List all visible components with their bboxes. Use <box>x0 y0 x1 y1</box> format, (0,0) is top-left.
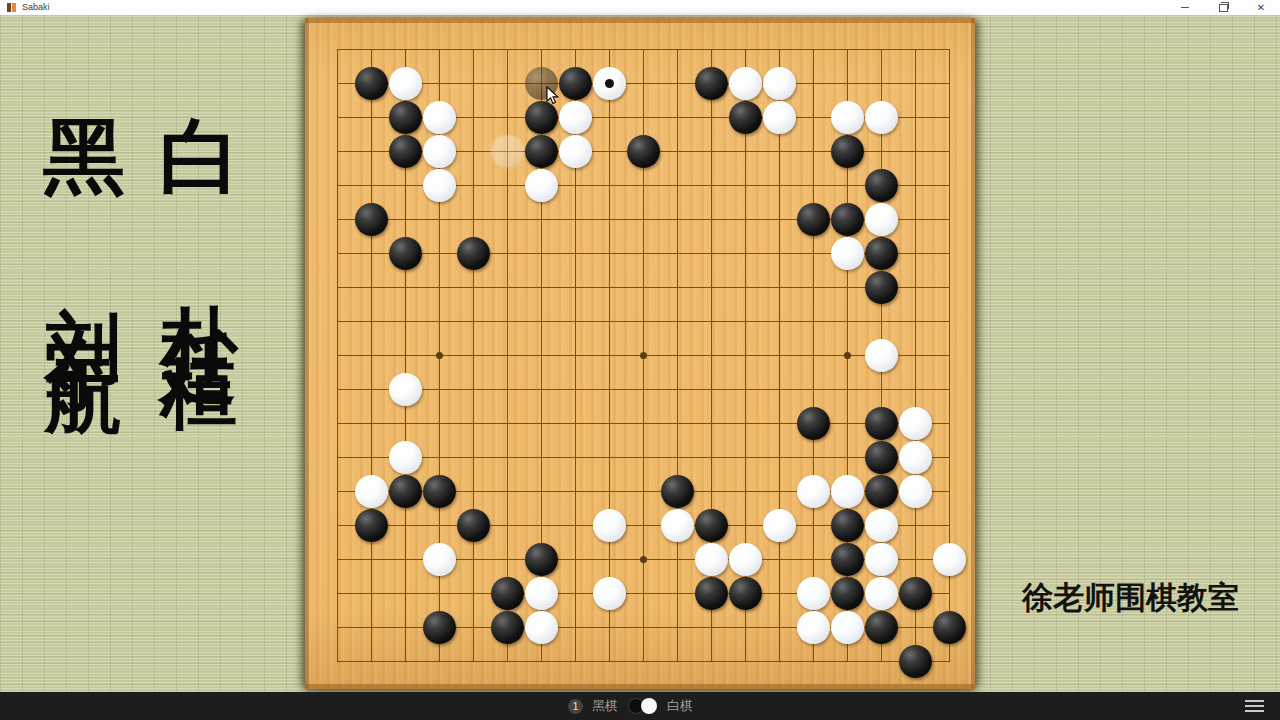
black-stone <box>865 475 898 508</box>
black-stone <box>865 271 898 304</box>
white-stone <box>423 543 456 576</box>
white-label: 白 <box>159 115 241 199</box>
minimize-icon <box>1181 7 1189 8</box>
black-stone <box>695 67 728 100</box>
white-player-name: 朴廷桓 <box>162 243 238 321</box>
white-stone <box>559 135 592 168</box>
black-stone <box>933 611 966 644</box>
white-stone <box>525 577 558 610</box>
move-number-badge: 1 <box>568 699 583 714</box>
star-point <box>844 352 851 359</box>
white-stone <box>899 475 932 508</box>
grid-line <box>915 49 916 662</box>
white-stone <box>831 475 864 508</box>
black-stone <box>831 135 864 168</box>
black-stone <box>797 203 830 236</box>
black-stone <box>525 101 558 134</box>
restore-icon <box>1219 4 1228 12</box>
black-stone <box>831 577 864 610</box>
black-stone <box>355 203 388 236</box>
white-stone <box>389 441 422 474</box>
black-stone <box>865 237 898 270</box>
bottombar-black-label[interactable]: 黑棋 <box>592 697 618 715</box>
white-stone <box>831 611 864 644</box>
white-stone <box>423 135 456 168</box>
black-stone <box>831 543 864 576</box>
go-board[interactable] <box>305 18 975 689</box>
black-label: 黑 <box>43 115 125 199</box>
black-stone <box>899 577 932 610</box>
close-icon: ✕ <box>1257 3 1265 13</box>
white-stone <box>525 611 558 644</box>
sabaki-app-icon <box>7 3 16 12</box>
watermark-text: 徐老师围棋教室 <box>1022 577 1239 619</box>
white-stone <box>899 407 932 440</box>
white-stone <box>865 101 898 134</box>
white-stone <box>525 169 558 202</box>
white-player-panel: 白 朴廷桓 <box>150 115 250 321</box>
white-stone <box>729 67 762 100</box>
star-point <box>640 556 647 563</box>
bottombar-white-label[interactable]: 白棋 <box>667 697 693 715</box>
black-stone <box>423 475 456 508</box>
black-stone <box>729 101 762 134</box>
white-stone <box>831 237 864 270</box>
white-stone <box>797 611 830 644</box>
white-stone <box>389 373 422 406</box>
white-stone <box>729 543 762 576</box>
mouse-cursor-arrow <box>546 86 559 105</box>
black-stone <box>423 611 456 644</box>
white-toggle-circle-icon <box>641 698 657 714</box>
white-stone <box>763 509 796 542</box>
grid-line <box>337 389 950 390</box>
restore-button[interactable] <box>1204 0 1242 15</box>
minimize-button[interactable] <box>1166 0 1204 15</box>
black-stone <box>389 475 422 508</box>
white-stone <box>763 101 796 134</box>
black-stone <box>355 67 388 100</box>
white-stone <box>899 441 932 474</box>
black-stone <box>457 509 490 542</box>
white-stone <box>763 67 796 100</box>
black-stone <box>831 509 864 542</box>
white-stone <box>695 543 728 576</box>
black-player-name: 刘宇航 <box>46 243 122 321</box>
black-stone <box>831 203 864 236</box>
player-indicator-group: 1 黑棋 白棋 <box>568 692 693 720</box>
black-stone <box>899 645 932 678</box>
white-stone <box>865 203 898 236</box>
black-stone <box>661 475 694 508</box>
current-player-toggle[interactable] <box>627 697 658 715</box>
black-stone <box>525 543 558 576</box>
last-move-marker <box>605 79 614 88</box>
white-stone <box>797 577 830 610</box>
black-stone <box>865 441 898 474</box>
black-stone <box>627 135 660 168</box>
black-stone <box>865 407 898 440</box>
star-point <box>436 352 443 359</box>
grid-line <box>337 661 950 662</box>
main-area: 黑 刘宇航 白 朴廷桓 徐老师围棋教室 <box>0 15 1280 692</box>
title-bar: Sabaki ✕ <box>0 0 1280 15</box>
board-grid <box>337 49 950 662</box>
white-stone <box>661 509 694 542</box>
black-stone <box>525 135 558 168</box>
white-stone <box>423 169 456 202</box>
black-stone <box>457 237 490 270</box>
app-window: Sabaki ✕ 黑 刘宇航 白 朴廷桓 徐老师围棋教室 1 <box>0 0 1280 720</box>
black-stone <box>355 509 388 542</box>
black-stone <box>389 237 422 270</box>
white-stone <box>355 475 388 508</box>
white-stone <box>423 101 456 134</box>
white-stone <box>797 475 830 508</box>
close-button[interactable]: ✕ <box>1242 0 1280 15</box>
black-stone <box>559 67 592 100</box>
bottom-bar: 1 黑棋 白棋 <box>0 692 1280 720</box>
black-stone <box>491 611 524 644</box>
black-stone <box>695 577 728 610</box>
window-title: Sabaki <box>22 0 50 15</box>
grid-line <box>337 457 950 458</box>
black-stone <box>865 611 898 644</box>
white-stone <box>593 67 626 100</box>
white-stone <box>865 577 898 610</box>
white-stone <box>933 543 966 576</box>
black-stone <box>797 407 830 440</box>
black-stone <box>729 577 762 610</box>
grid-line <box>337 423 950 424</box>
white-stone <box>831 101 864 134</box>
black-player-panel: 黑 刘宇航 <box>34 115 134 321</box>
ghost-white-stone <box>491 135 524 168</box>
white-stone <box>593 577 626 610</box>
white-stone <box>865 509 898 542</box>
white-stone <box>559 101 592 134</box>
black-stone <box>491 577 524 610</box>
white-stone <box>593 509 626 542</box>
white-stone <box>389 67 422 100</box>
white-stone <box>865 339 898 372</box>
grid-line <box>677 49 678 662</box>
hamburger-menu-icon[interactable] <box>1245 700 1264 712</box>
star-point <box>640 352 647 359</box>
grid-line <box>813 49 814 662</box>
white-stone <box>865 543 898 576</box>
black-stone <box>865 169 898 202</box>
black-stone <box>695 509 728 542</box>
black-stone <box>389 101 422 134</box>
window-controls: ✕ <box>1166 0 1280 15</box>
black-stone <box>389 135 422 168</box>
grid-line <box>779 49 780 662</box>
